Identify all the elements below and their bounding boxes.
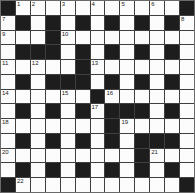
cell-r2c10[interactable] [150, 31, 164, 45]
cell-r10c11[interactable] [165, 149, 179, 163]
clue-number: 8 [181, 16, 184, 23]
cell-r9c6[interactable] [91, 134, 105, 148]
cell-r0c3[interactable] [46, 1, 60, 15]
cell-r9c8[interactable] [120, 134, 134, 148]
clue-number: 22 [17, 178, 24, 185]
cell-r5c2[interactable] [31, 75, 45, 89]
clue-number: 2 [32, 1, 35, 8]
crossword-board: 12345678910111213141516171819202122 [0, 0, 195, 193]
clue-number: 11 [2, 60, 8, 67]
clue-number: 7 [2, 16, 5, 23]
cell-r11c5 [76, 163, 90, 177]
cell-r8c6[interactable] [91, 119, 105, 133]
cell-r7c6[interactable]: 17 [91, 104, 105, 118]
cell-r10c6[interactable] [91, 149, 105, 163]
cell-r6c6 [91, 90, 105, 104]
cell-r7c3 [46, 104, 60, 118]
cell-r7c4[interactable] [61, 104, 75, 118]
cell-r4c12[interactable] [180, 60, 194, 74]
cell-r4c5 [76, 60, 90, 74]
cell-r0c5[interactable] [76, 1, 90, 15]
clue-number: 15 [62, 90, 69, 97]
cell-r12c2[interactable] [31, 178, 45, 192]
cell-r2c11[interactable] [165, 31, 179, 45]
cell-r3c12[interactable] [180, 45, 194, 59]
cell-r12c0 [1, 178, 15, 192]
cell-r4c8[interactable] [120, 60, 134, 74]
cell-r7c11 [165, 104, 179, 118]
cell-r11c2[interactable] [31, 163, 45, 177]
cell-r8c4[interactable] [61, 119, 75, 133]
cell-r5c7 [105, 75, 119, 89]
cell-r4c2[interactable]: 12 [31, 60, 45, 74]
clue-number: 1 [17, 1, 20, 8]
cell-r1c3 [46, 16, 60, 30]
clue-number: 20 [2, 149, 9, 156]
cell-r5c12[interactable] [180, 75, 194, 89]
cell-r10c2[interactable] [31, 149, 45, 163]
clue-number: 4 [92, 1, 95, 8]
cell-r2c0[interactable]: 9 [1, 31, 15, 45]
clue-number: 21 [151, 149, 158, 156]
cell-r7c0[interactable] [1, 104, 15, 118]
cell-r2c6[interactable] [91, 31, 105, 45]
cell-r12c10[interactable] [150, 178, 164, 192]
cell-r1c12[interactable]: 8 [180, 16, 194, 30]
cell-r11c4[interactable] [61, 163, 75, 177]
cell-r5c11 [165, 75, 179, 89]
cell-r10c12[interactable] [180, 149, 194, 163]
cell-r0c0 [1, 1, 15, 15]
cell-r4c1[interactable] [16, 60, 30, 74]
cell-r5c4 [61, 75, 75, 89]
clue-number: 12 [32, 60, 39, 67]
cell-r5c0[interactable] [1, 75, 15, 89]
cell-r7c2[interactable] [31, 104, 45, 118]
cell-r3c9 [135, 45, 149, 59]
cell-r2c2[interactable] [31, 31, 45, 45]
cell-r5c6[interactable] [91, 75, 105, 89]
cell-r9c0[interactable] [1, 134, 15, 148]
cell-r6c8[interactable] [120, 90, 134, 104]
cell-r6c1[interactable] [16, 90, 30, 104]
cell-r1c4[interactable] [61, 16, 75, 30]
cell-r2c7[interactable] [105, 31, 119, 45]
cell-r8c7 [105, 119, 119, 133]
cell-r12c6[interactable] [91, 178, 105, 192]
cell-r10c3[interactable] [46, 149, 60, 163]
cell-r2c4[interactable]: 10 [61, 31, 75, 45]
cell-r1c1 [16, 16, 30, 30]
cell-r12c1[interactable]: 22 [16, 178, 30, 192]
cell-r9c3 [46, 134, 60, 148]
cell-r5c8[interactable] [120, 75, 134, 89]
cell-r9c1 [16, 134, 30, 148]
cell-r10c0[interactable]: 20 [1, 149, 15, 163]
cell-r6c0[interactable]: 14 [1, 90, 15, 104]
cell-r2c9[interactable] [135, 31, 149, 45]
cell-r1c8[interactable] [120, 16, 134, 30]
cell-r5c3 [46, 75, 60, 89]
crossword-puzzle: 12345678910111213141516171819202122 [0, 0, 195, 193]
cell-r4c3[interactable] [46, 60, 60, 74]
cell-r10c1[interactable] [16, 149, 30, 163]
cell-r12c9[interactable] [135, 178, 149, 192]
cell-r3c5 [76, 45, 90, 59]
cell-r11c10[interactable] [150, 163, 164, 177]
cell-r7c5 [76, 104, 90, 118]
cell-r1c10[interactable] [150, 16, 164, 30]
cell-r12c3[interactable] [46, 178, 60, 192]
cell-r6c12[interactable] [180, 90, 194, 104]
cell-r8c5[interactable] [76, 119, 90, 133]
cell-r0c6[interactable]: 4 [91, 1, 105, 15]
cell-r9c5 [76, 134, 90, 148]
cell-r7c10[interactable] [150, 104, 164, 118]
cell-r6c5[interactable] [76, 90, 90, 104]
clue-number: 18 [2, 119, 9, 126]
clue-number: 13 [92, 60, 99, 67]
cell-r6c9[interactable] [135, 90, 149, 104]
cell-r6c4[interactable]: 15 [61, 90, 75, 104]
cell-r8c10[interactable] [150, 119, 164, 133]
cell-r9c12[interactable] [180, 134, 194, 148]
cell-r1c5 [76, 16, 90, 30]
cell-r6c3[interactable] [46, 90, 60, 104]
cell-r4c6[interactable]: 13 [91, 60, 105, 74]
cell-r2c3 [46, 31, 60, 45]
cell-r12c11[interactable] [165, 178, 179, 192]
cell-r0c9[interactable] [135, 1, 149, 15]
cell-r7c1 [16, 104, 30, 118]
cell-r11c6[interactable] [91, 163, 105, 177]
clue-number: 6 [151, 1, 154, 8]
cell-r3c10[interactable] [150, 45, 164, 59]
cell-r11c3 [46, 163, 60, 177]
cell-r4c4[interactable] [61, 60, 75, 74]
cell-r3c1 [16, 45, 30, 59]
clue-number: 10 [62, 31, 69, 38]
cell-r7c12[interactable] [180, 104, 194, 118]
cell-r10c10[interactable]: 21 [150, 149, 164, 163]
cell-r3c4[interactable] [61, 45, 75, 59]
cell-r2c12[interactable] [180, 31, 194, 45]
cell-r3c0[interactable] [1, 45, 15, 59]
cell-r9c2[interactable] [31, 134, 45, 148]
cell-r9c11 [165, 134, 179, 148]
cell-r12c12 [180, 178, 194, 192]
cell-r8c2[interactable] [31, 119, 45, 133]
cell-r8c11[interactable] [165, 119, 179, 133]
cell-r8c12[interactable] [180, 119, 194, 133]
clue-number: 5 [121, 1, 124, 8]
cell-r11c11 [165, 163, 179, 177]
cell-r3c8[interactable] [120, 45, 134, 59]
cell-r3c11 [165, 45, 179, 59]
cell-r6c11[interactable] [165, 90, 179, 104]
cell-r5c5 [76, 75, 90, 89]
cell-r10c8[interactable] [120, 149, 134, 163]
clue-number: 3 [62, 1, 65, 8]
cell-r0c1[interactable]: 1 [16, 1, 30, 15]
cell-r10c9 [135, 149, 149, 163]
cell-r1c11 [165, 16, 179, 30]
cell-r4c9[interactable] [135, 60, 149, 74]
cell-r11c8[interactable] [120, 163, 134, 177]
cell-r12c5[interactable] [76, 178, 90, 192]
cell-r9c9 [135, 134, 149, 148]
clue-number: 19 [121, 119, 128, 126]
cell-r12c4[interactable] [61, 178, 75, 192]
cell-r0c4[interactable]: 3 [61, 1, 75, 15]
cell-r8c0[interactable]: 18 [1, 119, 15, 133]
cell-r11c7 [105, 163, 119, 177]
cell-r8c1[interactable] [16, 119, 30, 133]
cell-r4c11[interactable] [165, 60, 179, 74]
cell-r12c7[interactable] [105, 178, 119, 192]
cell-r10c4[interactable] [61, 149, 75, 163]
cell-r0c10[interactable]: 6 [150, 1, 164, 15]
cell-r8c3[interactable] [46, 119, 60, 133]
cell-r5c1 [16, 75, 30, 89]
clue-number: 14 [2, 90, 9, 97]
cell-r8c8[interactable]: 19 [120, 119, 134, 133]
cell-r5c9 [135, 75, 149, 89]
cell-r11c1 [16, 163, 30, 177]
cell-r9c7 [105, 134, 119, 148]
cell-r7c8 [120, 104, 134, 118]
cell-r3c2 [31, 45, 45, 59]
cell-r1c6[interactable] [91, 16, 105, 30]
cell-r0c8[interactable]: 5 [120, 1, 134, 15]
cell-r9c10 [150, 134, 164, 148]
cell-r3c7 [105, 45, 119, 59]
clue-number: 9 [2, 31, 5, 38]
cell-r4c0[interactable]: 11 [1, 60, 15, 74]
cell-r3c6[interactable] [91, 45, 105, 59]
cell-r12c8[interactable] [120, 178, 134, 192]
cell-r6c7[interactable]: 16 [105, 90, 119, 104]
cell-r6c10[interactable] [150, 90, 164, 104]
cell-r10c5[interactable] [76, 149, 90, 163]
cell-r11c0[interactable] [1, 163, 15, 177]
cell-r2c5[interactable] [76, 31, 90, 45]
clue-number: 16 [106, 90, 113, 97]
cell-r2c1[interactable] [16, 31, 30, 45]
cell-r5c10[interactable] [150, 75, 164, 89]
cell-r1c0[interactable]: 7 [1, 16, 15, 30]
cell-r1c2[interactable] [31, 16, 45, 30]
cell-r0c7[interactable] [105, 1, 119, 15]
cell-r4c7[interactable] [105, 60, 119, 74]
cell-r10c7[interactable] [105, 149, 119, 163]
cell-r7c9 [135, 104, 149, 118]
cell-r4c10[interactable] [150, 60, 164, 74]
cell-r0c12 [180, 1, 194, 15]
cell-r0c2[interactable]: 2 [31, 1, 45, 15]
cell-r3c3 [46, 45, 60, 59]
cell-r1c9 [135, 16, 149, 30]
clue-number: 17 [92, 104, 99, 111]
cell-r8c9[interactable] [135, 119, 149, 133]
cell-r11c12[interactable] [180, 163, 194, 177]
cell-r6c2[interactable] [31, 90, 45, 104]
cell-r11c9 [135, 163, 149, 177]
cell-r9c4[interactable] [61, 134, 75, 148]
cell-r7c7 [105, 104, 119, 118]
cell-r1c7 [105, 16, 119, 30]
cell-r2c8[interactable] [120, 31, 134, 45]
cell-r0c11[interactable] [165, 1, 179, 15]
